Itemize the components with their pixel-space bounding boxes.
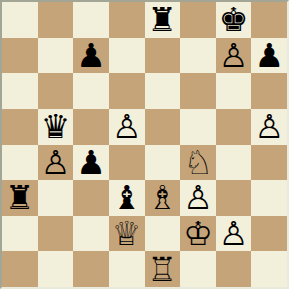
- square-h4[interactable]: [251, 145, 287, 181]
- square-h8[interactable]: [251, 2, 287, 38]
- square-e8[interactable]: ♜: [145, 2, 181, 38]
- square-f2[interactable]: ♔: [180, 216, 216, 252]
- square-g8[interactable]: ♚: [216, 2, 252, 38]
- white-knight-icon[interactable]: ♘: [183, 145, 213, 180]
- square-c4[interactable]: ♟: [73, 145, 109, 181]
- square-d5[interactable]: ♙: [109, 109, 145, 145]
- square-f3[interactable]: ♙: [180, 180, 216, 216]
- square-g7[interactable]: ♙: [216, 38, 252, 74]
- square-f1[interactable]: [180, 251, 216, 287]
- white-pawn-icon[interactable]: ♙: [112, 109, 142, 144]
- square-f5[interactable]: [180, 109, 216, 145]
- square-a1[interactable]: [2, 251, 38, 287]
- square-g6[interactable]: [216, 73, 252, 109]
- white-pawn-icon[interactable]: ♙: [254, 109, 284, 144]
- square-h5[interactable]: ♙: [251, 109, 287, 145]
- white-pawn-icon[interactable]: ♙: [219, 38, 249, 73]
- square-e6[interactable]: [145, 73, 181, 109]
- square-e2[interactable]: [145, 216, 181, 252]
- square-h1[interactable]: [251, 251, 287, 287]
- square-e1[interactable]: ♖: [145, 251, 181, 287]
- square-b5[interactable]: ♛: [38, 109, 74, 145]
- square-g4[interactable]: [216, 145, 252, 181]
- square-a7[interactable]: [2, 38, 38, 74]
- square-e3[interactable]: ♗: [145, 180, 181, 216]
- square-c3[interactable]: [73, 180, 109, 216]
- black-queen-icon[interactable]: ♛: [41, 109, 71, 144]
- square-a6[interactable]: [2, 73, 38, 109]
- square-d8[interactable]: [109, 2, 145, 38]
- square-c1[interactable]: [73, 251, 109, 287]
- square-b2[interactable]: [38, 216, 74, 252]
- square-b6[interactable]: [38, 73, 74, 109]
- square-d2[interactable]: ♕: [109, 216, 145, 252]
- square-h6[interactable]: [251, 73, 287, 109]
- square-d4[interactable]: [109, 145, 145, 181]
- square-h7[interactable]: ♟: [251, 38, 287, 74]
- black-pawn-icon[interactable]: ♟: [254, 38, 284, 73]
- square-f7[interactable]: [180, 38, 216, 74]
- square-b1[interactable]: [38, 251, 74, 287]
- white-bishop-icon[interactable]: ♗: [148, 180, 178, 215]
- white-pawn-icon[interactable]: ♙: [219, 216, 249, 251]
- square-c7[interactable]: ♟: [73, 38, 109, 74]
- square-a4[interactable]: [2, 145, 38, 181]
- square-f4[interactable]: ♘: [180, 145, 216, 181]
- black-pawn-icon[interactable]: ♟: [76, 38, 106, 73]
- square-d3[interactable]: ♝: [109, 180, 145, 216]
- white-queen-icon[interactable]: ♕: [112, 216, 142, 251]
- chess-board: ♜♚♟♙♟♛♙♙♙♟♘♜♝♗♙♕♔♙♖: [0, 0, 289, 289]
- square-g2[interactable]: ♙: [216, 216, 252, 252]
- square-h3[interactable]: [251, 180, 287, 216]
- white-pawn-icon[interactable]: ♙: [41, 145, 71, 180]
- square-e5[interactable]: [145, 109, 181, 145]
- square-b7[interactable]: [38, 38, 74, 74]
- square-a5[interactable]: [2, 109, 38, 145]
- square-d6[interactable]: [109, 73, 145, 109]
- square-d7[interactable]: [109, 38, 145, 74]
- white-rook-icon[interactable]: ♖: [148, 252, 178, 287]
- square-f8[interactable]: [180, 2, 216, 38]
- square-e7[interactable]: [145, 38, 181, 74]
- square-c8[interactable]: [73, 2, 109, 38]
- square-a2[interactable]: [2, 216, 38, 252]
- square-g1[interactable]: [216, 251, 252, 287]
- square-h2[interactable]: [251, 216, 287, 252]
- black-king-icon[interactable]: ♚: [219, 2, 249, 37]
- square-c5[interactable]: [73, 109, 109, 145]
- square-c2[interactable]: [73, 216, 109, 252]
- black-bishop-icon[interactable]: ♝: [112, 180, 142, 215]
- black-rook-icon[interactable]: ♜: [148, 2, 178, 37]
- square-e4[interactable]: [145, 145, 181, 181]
- square-a8[interactable]: [2, 2, 38, 38]
- square-b4[interactable]: ♙: [38, 145, 74, 181]
- square-g3[interactable]: [216, 180, 252, 216]
- square-c6[interactable]: [73, 73, 109, 109]
- square-a3[interactable]: ♜: [2, 180, 38, 216]
- white-pawn-icon[interactable]: ♙: [183, 180, 213, 215]
- black-rook-icon[interactable]: ♜: [5, 180, 35, 215]
- square-d1[interactable]: [109, 251, 145, 287]
- square-f6[interactable]: [180, 73, 216, 109]
- square-b3[interactable]: [38, 180, 74, 216]
- square-b8[interactable]: [38, 2, 74, 38]
- black-pawn-icon[interactable]: ♟: [76, 145, 106, 180]
- square-g5[interactable]: [216, 109, 252, 145]
- white-king-icon[interactable]: ♔: [183, 216, 213, 251]
